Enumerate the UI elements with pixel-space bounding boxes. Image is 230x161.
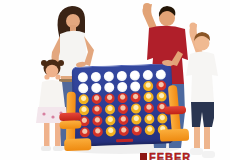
red-disc (91, 104, 101, 114)
yellow-disc (144, 113, 154, 123)
red-disc (118, 125, 128, 135)
red-disc (118, 114, 128, 124)
red-disc (104, 93, 114, 103)
empty-slot (103, 71, 113, 81)
yellow-disc (105, 126, 115, 136)
right-foot (160, 129, 189, 142)
red-disc (92, 115, 102, 125)
connect-four-board (56, 58, 187, 160)
empty-slot (104, 82, 114, 92)
brand-logo-text: FEBER (149, 151, 191, 160)
product-photo: FEBER (0, 0, 230, 160)
yellow-disc (130, 103, 140, 113)
boy-figure (186, 23, 218, 159)
red-disc (79, 127, 89, 137)
yellow-disc (157, 113, 167, 123)
empty-slot (78, 83, 88, 93)
left-foot (64, 138, 91, 151)
right-post-red-ring (164, 106, 186, 115)
red-disc (117, 103, 127, 113)
red-disc (143, 102, 153, 112)
yellow-disc (143, 91, 153, 101)
yellow-disc (78, 94, 88, 104)
empty-slot (130, 81, 140, 91)
empty-slot (90, 71, 100, 81)
red-disc (131, 125, 141, 135)
left-post-orange-ring (59, 120, 81, 129)
yellow-disc (131, 114, 141, 124)
empty-slot (142, 69, 152, 79)
yellow-disc (105, 115, 115, 125)
empty-slot (155, 69, 165, 79)
brand-logo-mark (140, 153, 147, 161)
red-disc (91, 93, 101, 103)
yellow-disc (156, 91, 166, 101)
empty-slot (116, 70, 126, 80)
brand-logo: FEBER (140, 151, 191, 160)
empty-slot (91, 82, 101, 92)
empty-slot (77, 72, 87, 82)
yellow-disc (104, 104, 114, 114)
red-disc (92, 126, 102, 136)
board-wordmark (116, 139, 133, 143)
red-disc (130, 92, 140, 102)
empty-slot (117, 81, 127, 91)
red-disc (156, 80, 166, 90)
empty-slot (129, 70, 139, 80)
yellow-disc (144, 124, 154, 134)
board-frame (71, 63, 174, 146)
yellow-disc (143, 80, 153, 90)
red-disc (117, 92, 127, 102)
board-grid (76, 68, 169, 137)
